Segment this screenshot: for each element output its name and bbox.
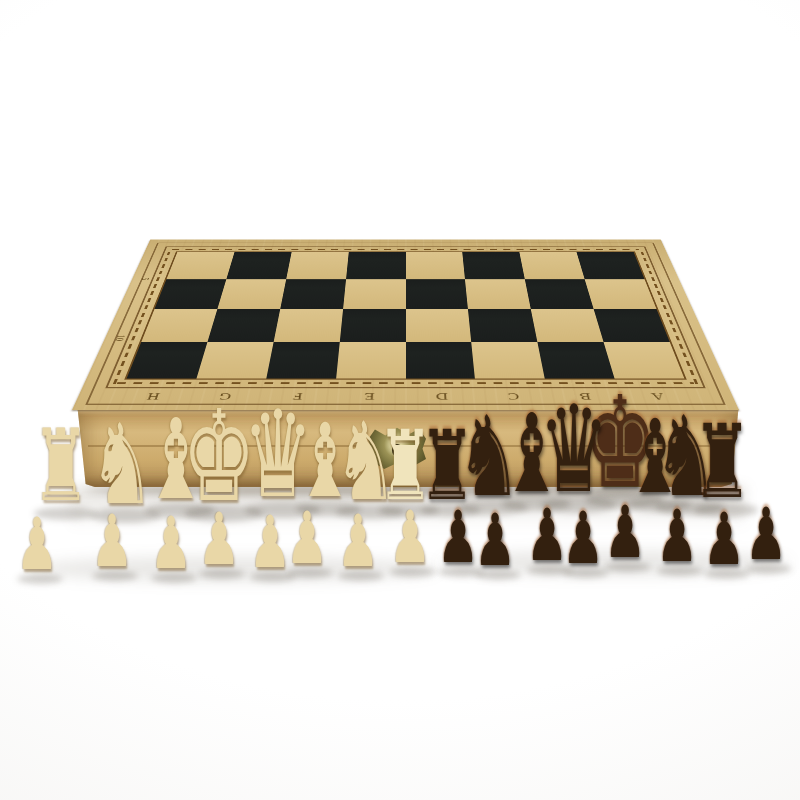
pawn-glyph: ♟ xyxy=(389,501,431,573)
pawn-glyph: ♟ xyxy=(286,502,328,574)
pawn-glyph: ♟ xyxy=(337,505,379,577)
ruler-number-5: 5 xyxy=(138,277,152,280)
pawn-glyph: ♟ xyxy=(198,503,240,575)
board-square-c-3 xyxy=(468,309,537,342)
pawn-glyph: ♟ xyxy=(16,508,58,580)
board-square-f-1 xyxy=(286,252,348,279)
board-square-b-3 xyxy=(531,309,604,342)
board-square-a-1 xyxy=(577,252,645,279)
dark-pawn: ♟ xyxy=(473,526,516,574)
board-square-d-2 xyxy=(406,279,469,309)
board-square-g-4 xyxy=(196,342,273,379)
squares-frame xyxy=(124,251,686,379)
dark-pawn: ♟ xyxy=(603,518,646,566)
board-square-g-1 xyxy=(226,252,291,279)
board-square-a-2 xyxy=(585,279,657,309)
dark-pawn: ♟ xyxy=(744,520,787,568)
light-pawn: ♟ xyxy=(197,525,240,573)
board-square-c-4 xyxy=(472,342,545,379)
dark-pawn: ♟ xyxy=(702,525,745,573)
board-square-h-4 xyxy=(127,342,208,379)
board-square-b-2 xyxy=(525,279,594,309)
light-pawn: ♟ xyxy=(15,530,58,578)
board-square-d-4 xyxy=(406,342,476,379)
board-square-e-2 xyxy=(343,279,406,309)
pawn-glyph: ♟ xyxy=(150,507,192,579)
dark-pawn: ♟ xyxy=(561,524,604,572)
light-pawn: ♟ xyxy=(285,524,328,572)
dark-pawn: ♟ xyxy=(655,522,698,570)
board-square-h-3 xyxy=(141,309,217,342)
board-square-g-3 xyxy=(207,309,280,342)
board-square-c-2 xyxy=(465,279,531,309)
board-square-b-1 xyxy=(520,252,585,279)
pawn-glyph: ♟ xyxy=(745,498,787,570)
pawn-glyph: ♟ xyxy=(474,504,516,576)
board-square-h-2 xyxy=(155,279,227,309)
board-square-e-3 xyxy=(339,309,405,342)
light-pawn: ♟ xyxy=(90,527,133,575)
pawn-glyph: ♟ xyxy=(604,496,646,568)
board-square-d-3 xyxy=(406,309,472,342)
pawn-glyph: ♟ xyxy=(249,506,291,578)
pawn-glyph: ♟ xyxy=(656,500,698,572)
board-square-a-3 xyxy=(594,309,670,342)
light-pawn: ♟ xyxy=(388,523,431,571)
board-square-h-1 xyxy=(166,252,234,279)
board-square-c-1 xyxy=(463,252,525,279)
pawn-glyph: ♟ xyxy=(703,503,745,575)
board-square-f-4 xyxy=(266,342,339,379)
board-square-e-4 xyxy=(336,342,406,379)
board-square-d-1 xyxy=(406,252,466,279)
board-square-f-2 xyxy=(280,279,346,309)
light-pawn: ♟ xyxy=(336,527,379,575)
pawn-glyph: ♟ xyxy=(562,502,604,574)
board-square-f-3 xyxy=(273,309,342,342)
product-photo-chess-set: H G F E D C B A 5 10 ♜♞♝♚♛♝♞♜♟♟♟♟♟♟♟♟♜♞♝… xyxy=(0,0,800,800)
board-square-g-2 xyxy=(217,279,286,309)
pawn-glyph: ♟ xyxy=(91,505,133,577)
light-pawn: ♟ xyxy=(149,529,192,577)
board-square-e-1 xyxy=(346,252,406,279)
checkerboard xyxy=(127,252,685,378)
ruler-ticks-top xyxy=(172,249,639,250)
ruler-number-10: 10 xyxy=(111,335,128,341)
light-pawn: ♟ xyxy=(248,528,291,576)
